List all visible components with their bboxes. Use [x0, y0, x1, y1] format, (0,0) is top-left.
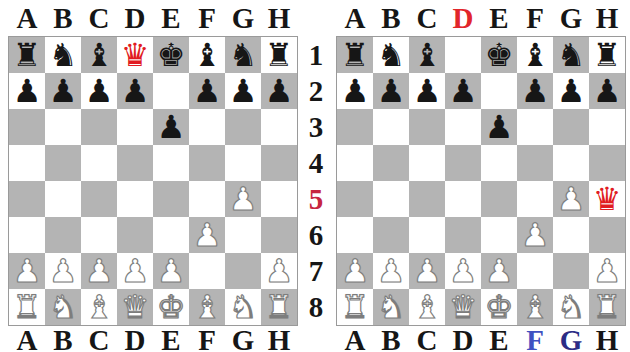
left-square-d6[interactable]: [117, 217, 153, 253]
left-square-g8[interactable]: ♞: [225, 289, 261, 325]
piece-white-pawn-a7: ♟: [13, 253, 42, 289]
left-board: ♜♞♝♛♚♝♞♜♟♟♟♟♟♟♟♟♟♟♟♟♟♟♟♟♜♞♝♛♚♝♞♜: [8, 36, 298, 326]
left-file-label-top-e: E: [161, 4, 180, 33]
piece-white-pawn-c7: ♟: [413, 253, 442, 289]
left-square-h1[interactable]: ♜: [261, 37, 297, 73]
left-square-h3[interactable]: [261, 109, 297, 145]
piece-white-pawn-e7: ♟: [485, 253, 514, 289]
right-square-b4[interactable]: [373, 145, 409, 181]
right-file-label-top-f: F: [526, 4, 544, 33]
right-file-label-top-d: D: [453, 4, 474, 33]
right-square-f8[interactable]: ♝: [517, 289, 553, 325]
piece-white-bishop-f8: ♝: [521, 289, 550, 325]
right-square-h6[interactable]: [589, 217, 625, 253]
piece-white-bishop-c8: ♝: [413, 289, 442, 325]
right-square-b7[interactable]: ♟: [373, 253, 409, 289]
left-square-c4[interactable]: [81, 145, 117, 181]
left-square-a7[interactable]: ♟: [9, 253, 45, 289]
piece-black-king-e1: ♚: [157, 37, 186, 73]
left-square-e7[interactable]: ♟: [153, 253, 189, 289]
left-board-block: ABCDEFGH ♜♞♝♛♚♝♞♜♟♟♟♟♟♟♟♟♟♟♟♟♟♟♟♟♜♞♝♛♚♝♞…: [8, 0, 298, 352]
left-square-f2[interactable]: ♟: [189, 73, 225, 109]
piece-black-bishop-f1: ♝: [193, 37, 222, 73]
left-square-c1[interactable]: ♝: [81, 37, 117, 73]
piece-white-rook-a8: ♜: [13, 289, 42, 325]
right-square-a6[interactable]: [337, 217, 373, 253]
piece-black-knight-b1: ♞: [49, 37, 78, 73]
right-square-c4[interactable]: [409, 145, 445, 181]
right-square-h4[interactable]: [589, 145, 625, 181]
piece-white-knight-g8: ♞: [229, 289, 258, 325]
left-square-c6[interactable]: [81, 217, 117, 253]
piece-white-knight-b8: ♞: [377, 289, 406, 325]
left-square-d4[interactable]: [117, 145, 153, 181]
left-square-h6[interactable]: [261, 217, 297, 253]
left-square-b8[interactable]: ♞: [45, 289, 81, 325]
right-square-d1[interactable]: [445, 37, 481, 73]
piece-black-pawn-d2: ♟: [121, 73, 150, 109]
right-square-g7[interactable]: [553, 253, 589, 289]
right-square-d2[interactable]: ♟: [445, 73, 481, 109]
right-square-c8[interactable]: ♝: [409, 289, 445, 325]
right-file-label-bottom-h: H: [596, 326, 619, 352]
right-square-b2[interactable]: ♟: [373, 73, 409, 109]
right-square-h5[interactable]: ♛: [589, 181, 625, 217]
right-square-g4[interactable]: [553, 145, 589, 181]
left-square-e2[interactable]: [153, 73, 189, 109]
left-file-labels-bottom: ABCDEFGH: [8, 326, 298, 352]
piece-black-rook-h1: ♜: [593, 37, 622, 73]
piece-white-bishop-f8: ♝: [193, 289, 222, 325]
left-square-e4[interactable]: [153, 145, 189, 181]
left-square-d8[interactable]: ♛: [117, 289, 153, 325]
right-square-d3[interactable]: [445, 109, 481, 145]
left-square-a6[interactable]: [9, 217, 45, 253]
left-square-b2[interactable]: ♟: [45, 73, 81, 109]
left-square-d2[interactable]: ♟: [117, 73, 153, 109]
piece-black-pawn-g2: ♟: [229, 73, 258, 109]
left-square-e1[interactable]: ♚: [153, 37, 189, 73]
right-file-label-top-a: A: [345, 4, 366, 33]
left-square-g2[interactable]: ♟: [225, 73, 261, 109]
left-file-labels-top: ABCDEFGH: [8, 0, 298, 36]
right-square-e2[interactable]: [481, 73, 517, 109]
right-square-f7[interactable]: [517, 253, 553, 289]
piece-black-pawn-e3: ♟: [485, 109, 514, 145]
left-file-label-top-a: A: [17, 4, 38, 33]
right-square-a2[interactable]: ♟: [337, 73, 373, 109]
left-file-label-bottom-e: E: [161, 326, 180, 352]
left-square-f7[interactable]: [189, 253, 225, 289]
piece-white-pawn-c7: ♟: [85, 253, 114, 289]
piece-black-rook-a1: ♜: [341, 37, 370, 73]
piece-black-knight-g1: ♞: [229, 37, 258, 73]
right-file-label-top-h: H: [596, 4, 619, 33]
left-square-c8[interactable]: ♝: [81, 289, 117, 325]
left-square-b4[interactable]: [45, 145, 81, 181]
right-square-h2[interactable]: ♟: [589, 73, 625, 109]
piece-black-king-e1: ♚: [485, 37, 514, 73]
left-square-h8[interactable]: ♜: [261, 289, 297, 325]
right-file-label-top-c: C: [417, 4, 438, 33]
right-square-h8[interactable]: ♜: [589, 289, 625, 325]
left-square-d3[interactable]: [117, 109, 153, 145]
right-file-label-bottom-d: D: [453, 326, 474, 352]
left-square-g3[interactable]: [225, 109, 261, 145]
right-square-g1[interactable]: ♞: [553, 37, 589, 73]
piece-white-knight-b8: ♞: [49, 289, 78, 325]
rank-label-8: 8: [297, 289, 335, 325]
rank-label-1: 1: [297, 37, 335, 73]
left-square-b3[interactable]: [45, 109, 81, 145]
piece-white-king-e8: ♚: [485, 289, 514, 325]
left-square-e6[interactable]: [153, 217, 189, 253]
right-square-c2[interactable]: ♟: [409, 73, 445, 109]
rank-label-5: 5: [297, 181, 335, 217]
right-square-g8[interactable]: ♞: [553, 289, 589, 325]
left-square-c3[interactable]: [81, 109, 117, 145]
right-square-f4[interactable]: [517, 145, 553, 181]
piece-black-bishop-f1: ♝: [521, 37, 550, 73]
left-square-b6[interactable]: [45, 217, 81, 253]
left-file-label-top-g: G: [232, 4, 255, 33]
right-square-d5[interactable]: [445, 181, 481, 217]
piece-white-pawn-b7: ♟: [49, 253, 78, 289]
right-square-h7[interactable]: ♟: [589, 253, 625, 289]
piece-white-pawn-d7: ♟: [121, 253, 150, 289]
right-file-label-bottom-e: E: [489, 326, 508, 352]
right-square-f5[interactable]: [517, 181, 553, 217]
right-square-f1[interactable]: ♝: [517, 37, 553, 73]
right-file-label-top-b: B: [381, 4, 400, 33]
piece-black-knight-g1: ♞: [557, 37, 586, 73]
right-square-c3[interactable]: [409, 109, 445, 145]
left-square-a2[interactable]: ♟: [9, 73, 45, 109]
piece-white-pawn-g5: ♟: [557, 181, 586, 217]
piece-black-pawn-e3: ♟: [157, 109, 186, 145]
left-square-d5[interactable]: [117, 181, 153, 217]
left-file-label-bottom-b: B: [53, 326, 72, 352]
left-square-a1[interactable]: ♜: [9, 37, 45, 73]
left-square-g5[interactable]: ♟: [225, 181, 261, 217]
right-square-e8[interactable]: ♚: [481, 289, 517, 325]
left-square-g1[interactable]: ♞: [225, 37, 261, 73]
left-file-label-top-c: C: [89, 4, 110, 33]
left-file-label-top-f: F: [198, 4, 216, 33]
piece-white-pawn-a7: ♟: [341, 253, 370, 289]
right-square-g6[interactable]: [553, 217, 589, 253]
right-file-label-top-e: E: [489, 4, 508, 33]
left-square-f8[interactable]: ♝: [189, 289, 225, 325]
right-file-label-top-g: G: [560, 4, 583, 33]
piece-black-pawn-d2: ♟: [449, 73, 478, 109]
piece-black-bishop-c1: ♝: [85, 37, 114, 73]
rank-label-7: 7: [297, 253, 335, 289]
left-file-label-bottom-d: D: [125, 326, 146, 352]
piece-black-pawn-f2: ♟: [521, 73, 550, 109]
piece-black-rook-h1: ♜: [265, 37, 294, 73]
piece-black-pawn-b2: ♟: [377, 73, 406, 109]
piece-white-pawn-e7: ♟: [157, 253, 186, 289]
left-file-label-top-b: B: [53, 4, 72, 33]
right-square-b1[interactable]: ♞: [373, 37, 409, 73]
left-square-f6[interactable]: ♟: [189, 217, 225, 253]
piece-black-pawn-c2: ♟: [413, 73, 442, 109]
left-square-g6[interactable]: [225, 217, 261, 253]
piece-white-pawn-b7: ♟: [377, 253, 406, 289]
left-square-f3[interactable]: [189, 109, 225, 145]
right-square-a7[interactable]: ♟: [337, 253, 373, 289]
piece-black-bishop-c1: ♝: [413, 37, 442, 73]
rank-label-4: 4: [297, 145, 335, 181]
piece-white-pawn-g5: ♟: [229, 181, 258, 217]
piece-black-rook-a1: ♜: [13, 37, 42, 73]
piece-white-king-e8: ♚: [157, 289, 186, 325]
left-square-f5[interactable]: [189, 181, 225, 217]
piece-white-pawn-h7: ♟: [593, 253, 622, 289]
piece-red-queen-d1: ♛: [121, 37, 150, 73]
right-square-e6[interactable]: [481, 217, 517, 253]
left-square-e3[interactable]: ♟: [153, 109, 189, 145]
piece-white-pawn-f6: ♟: [193, 217, 222, 253]
right-square-a3[interactable]: [337, 109, 373, 145]
right-square-e3[interactable]: ♟: [481, 109, 517, 145]
right-square-h1[interactable]: ♜: [589, 37, 625, 73]
left-square-h4[interactable]: [261, 145, 297, 181]
right-square-d6[interactable]: [445, 217, 481, 253]
right-file-label-bottom-b: B: [381, 326, 400, 352]
right-square-g2[interactable]: ♟: [553, 73, 589, 109]
piece-black-pawn-b2: ♟: [49, 73, 78, 109]
right-square-e7[interactable]: ♟: [481, 253, 517, 289]
left-square-h2[interactable]: ♟: [261, 73, 297, 109]
left-square-a5[interactable]: [9, 181, 45, 217]
right-file-labels-bottom: ABCDEFGH: [336, 326, 626, 352]
rank-labels-column: 12345678: [297, 37, 335, 325]
right-file-label-bottom-f: F: [526, 326, 544, 352]
piece-white-queen-d8: ♛: [121, 289, 150, 325]
piece-black-pawn-a2: ♟: [341, 73, 370, 109]
left-square-d7[interactable]: ♟: [117, 253, 153, 289]
right-square-d4[interactable]: [445, 145, 481, 181]
left-file-label-top-d: D: [125, 4, 146, 33]
right-square-f2[interactable]: ♟: [517, 73, 553, 109]
left-square-f4[interactable]: [189, 145, 225, 181]
right-square-g3[interactable]: [553, 109, 589, 145]
chess-move-diagram: ABCDEFGH ♜♞♝♛♚♝♞♜♟♟♟♟♟♟♟♟♟♟♟♟♟♟♟♟♜♞♝♛♚♝♞…: [0, 0, 630, 352]
right-square-a1[interactable]: ♜: [337, 37, 373, 73]
rank-label-6: 6: [297, 217, 335, 253]
piece-white-pawn-h7: ♟: [265, 253, 294, 289]
left-square-d1[interactable]: ♛: [117, 37, 153, 73]
right-square-d7[interactable]: ♟: [445, 253, 481, 289]
piece-white-pawn-f6: ♟: [521, 217, 550, 253]
piece-white-bishop-c8: ♝: [85, 289, 114, 325]
right-square-a5[interactable]: [337, 181, 373, 217]
left-square-c2[interactable]: ♟: [81, 73, 117, 109]
left-square-a3[interactable]: [9, 109, 45, 145]
right-square-e4[interactable]: [481, 145, 517, 181]
piece-black-knight-b1: ♞: [377, 37, 406, 73]
piece-white-pawn-d7: ♟: [449, 253, 478, 289]
right-square-d8[interactable]: ♛: [445, 289, 481, 325]
piece-black-pawn-a2: ♟: [13, 73, 42, 109]
piece-white-queen-d8: ♛: [449, 289, 478, 325]
piece-white-rook-h8: ♜: [593, 289, 622, 325]
right-square-b6[interactable]: [373, 217, 409, 253]
right-file-labels-top: ABCDEFGH: [336, 0, 626, 36]
right-square-b3[interactable]: [373, 109, 409, 145]
left-square-h5[interactable]: [261, 181, 297, 217]
left-square-c5[interactable]: [81, 181, 117, 217]
left-square-b7[interactable]: ♟: [45, 253, 81, 289]
right-square-g5[interactable]: ♟: [553, 181, 589, 217]
piece-black-pawn-f2: ♟: [193, 73, 222, 109]
left-file-label-top-h: H: [268, 4, 291, 33]
right-square-e5[interactable]: [481, 181, 517, 217]
piece-black-pawn-g2: ♟: [557, 73, 586, 109]
piece-black-pawn-c2: ♟: [85, 73, 114, 109]
right-square-b5[interactable]: [373, 181, 409, 217]
left-file-label-bottom-a: A: [17, 326, 38, 352]
right-square-h3[interactable]: [589, 109, 625, 145]
left-square-g4[interactable]: [225, 145, 261, 181]
left-square-f1[interactable]: ♝: [189, 37, 225, 73]
right-square-c5[interactable]: [409, 181, 445, 217]
right-board-block: ABCDEFGH ♜♞♝♚♝♞♜♟♟♟♟♟♟♟♟♟♛♟♟♟♟♟♟♟♜♞♝♛♚♝♞…: [336, 0, 626, 352]
left-file-label-bottom-g: G: [232, 326, 255, 352]
piece-red-queen-h5: ♛: [593, 181, 622, 217]
right-file-label-bottom-c: C: [417, 326, 438, 352]
right-square-e1[interactable]: ♚: [481, 37, 517, 73]
right-square-a8[interactable]: ♜: [337, 289, 373, 325]
left-square-e5[interactable]: [153, 181, 189, 217]
left-square-b5[interactable]: [45, 181, 81, 217]
piece-black-pawn-h2: ♟: [265, 73, 294, 109]
left-square-c7[interactable]: ♟: [81, 253, 117, 289]
left-file-label-bottom-f: F: [198, 326, 216, 352]
right-square-a4[interactable]: [337, 145, 373, 181]
right-square-c1[interactable]: ♝: [409, 37, 445, 73]
left-square-a8[interactable]: ♜: [9, 289, 45, 325]
left-square-e8[interactable]: ♚: [153, 289, 189, 325]
rank-label-2: 2: [297, 73, 335, 109]
right-square-f6[interactable]: ♟: [517, 217, 553, 253]
left-square-g7[interactable]: [225, 253, 261, 289]
right-file-label-bottom-a: A: [345, 326, 366, 352]
right-square-b8[interactable]: ♞: [373, 289, 409, 325]
right-file-label-bottom-g: G: [560, 326, 583, 352]
rank-label-3: 3: [297, 109, 335, 145]
piece-black-pawn-h2: ♟: [593, 73, 622, 109]
right-square-c6[interactable]: [409, 217, 445, 253]
right-square-c7[interactable]: ♟: [409, 253, 445, 289]
left-file-label-bottom-h: H: [268, 326, 291, 352]
left-square-b1[interactable]: ♞: [45, 37, 81, 73]
right-board: ♜♞♝♚♝♞♜♟♟♟♟♟♟♟♟♟♛♟♟♟♟♟♟♟♜♞♝♛♚♝♞♜: [336, 36, 626, 326]
piece-white-knight-g8: ♞: [557, 289, 586, 325]
left-square-h7[interactable]: ♟: [261, 253, 297, 289]
piece-white-rook-h8: ♜: [265, 289, 294, 325]
left-file-label-bottom-c: C: [89, 326, 110, 352]
left-square-a4[interactable]: [9, 145, 45, 181]
piece-white-rook-a8: ♜: [341, 289, 370, 325]
right-square-f3[interactable]: [517, 109, 553, 145]
